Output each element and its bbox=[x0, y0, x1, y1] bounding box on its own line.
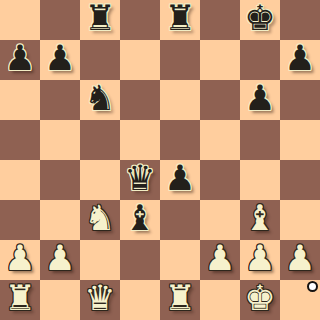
square-d5[interactable] bbox=[120, 120, 160, 160]
square-e6[interactable] bbox=[160, 80, 200, 120]
square-g4[interactable] bbox=[240, 160, 280, 200]
piece-white-bishop[interactable]: ♝ bbox=[244, 201, 275, 236]
square-h7[interactable]: ♟ bbox=[280, 40, 320, 80]
piece-white-king[interactable]: ♚ bbox=[244, 281, 275, 316]
square-a3[interactable] bbox=[0, 200, 40, 240]
square-a8[interactable] bbox=[0, 0, 40, 40]
square-f8[interactable] bbox=[200, 0, 240, 40]
square-d3[interactable]: ♝ bbox=[120, 200, 160, 240]
square-g3[interactable]: ♝ bbox=[240, 200, 280, 240]
square-b6[interactable] bbox=[40, 80, 80, 120]
piece-black-queen[interactable]: ♛ bbox=[124, 161, 155, 196]
square-h4[interactable] bbox=[280, 160, 320, 200]
square-f6[interactable] bbox=[200, 80, 240, 120]
square-a4[interactable] bbox=[0, 160, 40, 200]
piece-white-rook[interactable]: ♜ bbox=[164, 281, 195, 316]
square-b4[interactable] bbox=[40, 160, 80, 200]
square-b7[interactable]: ♟ bbox=[40, 40, 80, 80]
square-h6[interactable] bbox=[280, 80, 320, 120]
piece-white-pawn[interactable]: ♟ bbox=[44, 241, 75, 276]
square-g8[interactable]: ♚ bbox=[240, 0, 280, 40]
piece-black-bishop[interactable]: ♝ bbox=[124, 201, 155, 236]
square-e5[interactable] bbox=[160, 120, 200, 160]
square-g7[interactable] bbox=[240, 40, 280, 80]
piece-white-queen[interactable]: ♛ bbox=[84, 281, 115, 316]
square-b3[interactable] bbox=[40, 200, 80, 240]
square-d4[interactable]: ♛ bbox=[120, 160, 160, 200]
square-c3[interactable]: ♞ bbox=[80, 200, 120, 240]
square-h3[interactable] bbox=[280, 200, 320, 240]
square-c1[interactable]: ♛ bbox=[80, 280, 120, 320]
piece-white-rook[interactable]: ♜ bbox=[4, 281, 35, 316]
square-d8[interactable] bbox=[120, 0, 160, 40]
square-a1[interactable]: ♜ bbox=[0, 280, 40, 320]
square-c8[interactable]: ♜ bbox=[80, 0, 120, 40]
piece-black-pawn[interactable]: ♟ bbox=[284, 41, 315, 76]
side-to-move-indicator bbox=[307, 281, 318, 292]
square-c4[interactable] bbox=[80, 160, 120, 200]
square-b1[interactable] bbox=[40, 280, 80, 320]
square-g2[interactable]: ♟ bbox=[240, 240, 280, 280]
square-f1[interactable] bbox=[200, 280, 240, 320]
square-h2[interactable]: ♟ bbox=[280, 240, 320, 280]
piece-black-pawn[interactable]: ♟ bbox=[244, 81, 275, 116]
square-d6[interactable] bbox=[120, 80, 160, 120]
square-d7[interactable] bbox=[120, 40, 160, 80]
square-g5[interactable] bbox=[240, 120, 280, 160]
square-e2[interactable] bbox=[160, 240, 200, 280]
square-e4[interactable]: ♟ bbox=[160, 160, 200, 200]
piece-black-rook[interactable]: ♜ bbox=[164, 1, 195, 36]
square-f4[interactable] bbox=[200, 160, 240, 200]
piece-black-pawn[interactable]: ♟ bbox=[44, 41, 75, 76]
piece-white-pawn[interactable]: ♟ bbox=[204, 241, 235, 276]
square-f7[interactable] bbox=[200, 40, 240, 80]
square-c7[interactable] bbox=[80, 40, 120, 80]
piece-white-pawn[interactable]: ♟ bbox=[284, 241, 315, 276]
square-e8[interactable]: ♜ bbox=[160, 0, 200, 40]
square-b5[interactable] bbox=[40, 120, 80, 160]
chess-board-wrapper: ♜♜♚♟♟♟♞♟♛♟♞♝♝♟♟♟♟♟♜♛♜♚ bbox=[0, 0, 320, 320]
square-e1[interactable]: ♜ bbox=[160, 280, 200, 320]
square-b8[interactable] bbox=[40, 0, 80, 40]
square-c6[interactable]: ♞ bbox=[80, 80, 120, 120]
piece-white-pawn[interactable]: ♟ bbox=[244, 241, 275, 276]
piece-white-pawn[interactable]: ♟ bbox=[4, 241, 35, 276]
square-e7[interactable] bbox=[160, 40, 200, 80]
square-f2[interactable]: ♟ bbox=[200, 240, 240, 280]
square-a5[interactable] bbox=[0, 120, 40, 160]
square-c2[interactable] bbox=[80, 240, 120, 280]
square-e3[interactable] bbox=[160, 200, 200, 240]
square-b2[interactable]: ♟ bbox=[40, 240, 80, 280]
square-h8[interactable] bbox=[280, 0, 320, 40]
square-g6[interactable]: ♟ bbox=[240, 80, 280, 120]
square-d1[interactable] bbox=[120, 280, 160, 320]
piece-black-king[interactable]: ♚ bbox=[244, 1, 275, 36]
piece-black-rook[interactable]: ♜ bbox=[84, 1, 115, 36]
piece-white-knight[interactable]: ♞ bbox=[84, 201, 115, 236]
square-a7[interactable]: ♟ bbox=[0, 40, 40, 80]
chess-board: ♜♜♚♟♟♟♞♟♛♟♞♝♝♟♟♟♟♟♜♛♜♚ bbox=[0, 0, 320, 320]
piece-black-knight[interactable]: ♞ bbox=[84, 81, 115, 116]
square-c5[interactable] bbox=[80, 120, 120, 160]
square-f5[interactable] bbox=[200, 120, 240, 160]
piece-black-pawn[interactable]: ♟ bbox=[164, 161, 195, 196]
square-d2[interactable] bbox=[120, 240, 160, 280]
square-g1[interactable]: ♚ bbox=[240, 280, 280, 320]
square-h5[interactable] bbox=[280, 120, 320, 160]
square-f3[interactable] bbox=[200, 200, 240, 240]
square-a2[interactable]: ♟ bbox=[0, 240, 40, 280]
piece-black-pawn[interactable]: ♟ bbox=[4, 41, 35, 76]
square-a6[interactable] bbox=[0, 80, 40, 120]
